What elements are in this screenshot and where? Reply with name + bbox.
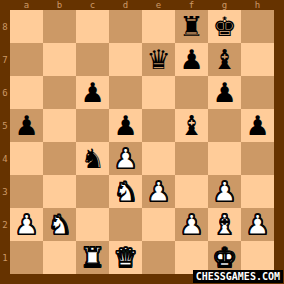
square-a6[interactable] (10, 76, 43, 109)
square-a5[interactable]: ♟ (10, 109, 43, 142)
rank-label-4: 4 (0, 142, 10, 175)
square-f5[interactable]: ♝ (175, 109, 208, 142)
square-e1[interactable] (142, 241, 175, 274)
rank-label-8: 8 (0, 10, 10, 43)
white-pawn-h2[interactable]: ♟ (245, 208, 269, 241)
square-d2[interactable] (109, 208, 142, 241)
file-label-e: e (142, 0, 175, 10)
black-knight-c4[interactable]: ♞ (80, 142, 104, 175)
square-c3[interactable] (76, 175, 109, 208)
square-d7[interactable] (109, 43, 142, 76)
square-f6[interactable] (175, 76, 208, 109)
square-f7[interactable]: ♟ (175, 43, 208, 76)
square-e5[interactable] (142, 109, 175, 142)
square-g5[interactable] (208, 109, 241, 142)
black-pawn-a5[interactable]: ♟ (14, 109, 38, 142)
square-d8[interactable] (109, 10, 142, 43)
square-d5[interactable]: ♟ (109, 109, 142, 142)
file-label-h: h (241, 0, 274, 10)
square-e3[interactable]: ♟ (142, 175, 175, 208)
square-e8[interactable] (142, 10, 175, 43)
square-a7[interactable] (10, 43, 43, 76)
square-d4[interactable]: ♟ (109, 142, 142, 175)
square-g2[interactable]: ♝ (208, 208, 241, 241)
black-rook-f8[interactable]: ♜ (179, 10, 203, 43)
black-queen-e7[interactable]: ♛ (146, 43, 170, 76)
square-h3[interactable] (241, 175, 274, 208)
file-labels: abcdefgh (10, 0, 274, 10)
square-f8[interactable]: ♜ (175, 10, 208, 43)
square-g6[interactable]: ♟ (208, 76, 241, 109)
square-e4[interactable] (142, 142, 175, 175)
square-b1[interactable] (43, 241, 76, 274)
square-h8[interactable] (241, 10, 274, 43)
square-f4[interactable] (175, 142, 208, 175)
square-b3[interactable] (43, 175, 76, 208)
square-b4[interactable] (43, 142, 76, 175)
black-pawn-d5[interactable]: ♟ (113, 109, 137, 142)
square-a2[interactable]: ♟ (10, 208, 43, 241)
square-d1[interactable]: ♛ (109, 241, 142, 274)
square-d6[interactable] (109, 76, 142, 109)
square-e6[interactable] (142, 76, 175, 109)
file-label-b: b (43, 0, 76, 10)
square-c7[interactable] (76, 43, 109, 76)
square-c2[interactable] (76, 208, 109, 241)
rank-label-5: 5 (0, 109, 10, 142)
rank-label-2: 2 (0, 208, 10, 241)
square-c8[interactable] (76, 10, 109, 43)
file-label-d: d (109, 0, 142, 10)
square-g4[interactable] (208, 142, 241, 175)
file-label-g: g (208, 0, 241, 10)
square-g3[interactable]: ♟ (208, 175, 241, 208)
file-label-c: c (76, 0, 109, 10)
white-knight-b2[interactable]: ♞ (47, 208, 71, 241)
square-h6[interactable] (241, 76, 274, 109)
rank-labels: 87654321 (0, 10, 10, 274)
file-label-a: a (10, 0, 43, 10)
square-c5[interactable] (76, 109, 109, 142)
square-h4[interactable] (241, 142, 274, 175)
square-h5[interactable]: ♟ (241, 109, 274, 142)
white-knight-d3[interactable]: ♞ (113, 175, 137, 208)
square-b8[interactable] (43, 10, 76, 43)
square-h7[interactable] (241, 43, 274, 76)
black-king-g8[interactable]: ♚ (212, 10, 236, 43)
rank-label-3: 3 (0, 175, 10, 208)
white-pawn-d4[interactable]: ♟ (113, 142, 137, 175)
chess-board-diagram: abcdefgh 87654321 ♜♚♛♟♝♟♟♟♟♝♟♞♟♞♟♟♟♞♟♝♟♜… (0, 0, 284, 284)
square-d3[interactable]: ♞ (109, 175, 142, 208)
square-b7[interactable] (43, 43, 76, 76)
square-g8[interactable]: ♚ (208, 10, 241, 43)
white-pawn-e3[interactable]: ♟ (146, 175, 170, 208)
watermark: CHESSGAMES.COM (193, 270, 283, 283)
square-b2[interactable]: ♞ (43, 208, 76, 241)
square-b5[interactable] (43, 109, 76, 142)
file-label-f: f (175, 0, 208, 10)
square-c1[interactable]: ♜ (76, 241, 109, 274)
white-pawn-f2[interactable]: ♟ (179, 208, 203, 241)
square-e2[interactable] (142, 208, 175, 241)
rank-label-6: 6 (0, 76, 10, 109)
board: ♜♚♛♟♝♟♟♟♟♝♟♞♟♞♟♟♟♞♟♝♟♜♛♚ (10, 10, 274, 274)
black-pawn-h5[interactable]: ♟ (245, 109, 269, 142)
square-a4[interactable] (10, 142, 43, 175)
rank-label-7: 7 (0, 43, 10, 76)
square-c4[interactable]: ♞ (76, 142, 109, 175)
square-c6[interactable]: ♟ (76, 76, 109, 109)
white-rook-c1[interactable]: ♜ (80, 241, 104, 274)
square-h2[interactable]: ♟ (241, 208, 274, 241)
square-f3[interactable] (175, 175, 208, 208)
black-bishop-g7[interactable]: ♝ (212, 43, 236, 76)
square-a3[interactable] (10, 175, 43, 208)
square-f2[interactable]: ♟ (175, 208, 208, 241)
white-pawn-g3[interactable]: ♟ (212, 175, 236, 208)
white-queen-d1[interactable]: ♛ (113, 241, 137, 274)
square-a1[interactable] (10, 241, 43, 274)
square-g7[interactable]: ♝ (208, 43, 241, 76)
square-b6[interactable] (43, 76, 76, 109)
square-a8[interactable] (10, 10, 43, 43)
black-bishop-f5[interactable]: ♝ (179, 109, 203, 142)
black-pawn-g6[interactable]: ♟ (212, 76, 236, 109)
rank-label-1: 1 (0, 241, 10, 274)
square-e7[interactable]: ♛ (142, 43, 175, 76)
white-bishop-g2[interactable]: ♝ (212, 208, 236, 241)
white-pawn-a2[interactable]: ♟ (14, 208, 38, 241)
black-pawn-f7[interactable]: ♟ (179, 43, 203, 76)
black-pawn-c6[interactable]: ♟ (80, 76, 104, 109)
